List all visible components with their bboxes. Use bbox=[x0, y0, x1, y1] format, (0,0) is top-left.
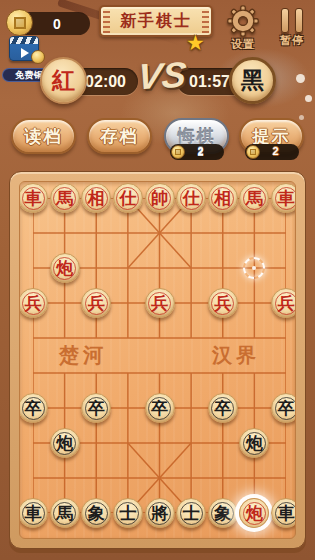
save-game-button[interactable]: 存档 bbox=[87, 118, 152, 154]
load-button-label: 读档 bbox=[25, 125, 63, 148]
load-game-button[interactable]: 读档 bbox=[11, 118, 76, 154]
decor-dot bbox=[305, 95, 312, 102]
piece-label: 相 bbox=[88, 190, 105, 207]
coin-counter[interactable]: 0 bbox=[10, 12, 90, 35]
piece-black-r7c1[interactable]: 卒 bbox=[19, 393, 48, 423]
red-player-piece: 紅 bbox=[40, 57, 87, 104]
play-icon bbox=[21, 48, 29, 58]
red-time-value: 02:00 bbox=[85, 73, 126, 91]
settings-label: 设置 bbox=[221, 37, 265, 52]
piece-red-r3c2[interactable]: 炮 bbox=[50, 253, 80, 283]
piece-label: 炮 bbox=[246, 505, 263, 522]
piece-label: 相 bbox=[214, 190, 231, 207]
river-right-label: 汉界 bbox=[212, 342, 260, 369]
coin-icon bbox=[31, 50, 45, 64]
piece-label: 卒 bbox=[25, 400, 42, 417]
undo-count: 2 bbox=[197, 145, 205, 157]
piece-red-r1c1[interactable]: 車 bbox=[19, 183, 48, 213]
piece-label: 卒 bbox=[214, 400, 231, 417]
piece-black-r7c7[interactable]: 卒 bbox=[208, 393, 238, 423]
piece-red-r1c4[interactable]: 仕 bbox=[113, 183, 143, 213]
decor-dot bbox=[299, 115, 304, 120]
river-band: 楚河 汉界 bbox=[33, 338, 286, 373]
piece-label: 車 bbox=[25, 190, 42, 207]
piece-label: 馬 bbox=[56, 505, 73, 522]
decor-dot bbox=[296, 74, 305, 83]
piece-label: 車 bbox=[278, 190, 295, 207]
piece-red-r4c9[interactable]: 兵 bbox=[271, 288, 296, 318]
piece-black-r7c5[interactable]: 卒 bbox=[145, 393, 175, 423]
red-player-label: 紅 bbox=[52, 65, 75, 96]
piece-black-r10c4[interactable]: 士 bbox=[113, 498, 143, 528]
black-player-label: 黑 bbox=[241, 65, 264, 96]
piece-black-r10c9[interactable]: 車 bbox=[271, 498, 296, 528]
piece-label: 兵 bbox=[278, 295, 295, 312]
undo-move-button[interactable]: 悔棋 2 bbox=[164, 118, 229, 154]
piece-red-r1c7[interactable]: 相 bbox=[208, 183, 238, 213]
app-window: 0 新手棋士 设置 暂停 免费铜钱 bbox=[0, 0, 315, 560]
piece-label: 車 bbox=[278, 505, 295, 522]
piece-label: 炮 bbox=[56, 435, 73, 452]
piece-label: 兵 bbox=[214, 295, 231, 312]
piece-label: 炮 bbox=[246, 435, 263, 452]
piece-label: 兵 bbox=[25, 295, 42, 312]
black-time-value: 01:57 bbox=[189, 73, 230, 91]
piece-red-r1c6[interactable]: 仕 bbox=[176, 183, 206, 213]
black-player-piece: 黑 bbox=[229, 57, 276, 104]
video-clapper-icon bbox=[9, 36, 39, 61]
settings-button[interactable]: 设置 bbox=[221, 5, 265, 54]
piece-red-r4c5[interactable]: 兵 bbox=[145, 288, 175, 318]
piece-label: 士 bbox=[183, 505, 200, 522]
piece-label: 仕 bbox=[183, 190, 200, 207]
piece-black-r10c2[interactable]: 馬 bbox=[50, 498, 80, 528]
piece-black-r10c7[interactable]: 象 bbox=[208, 498, 238, 528]
coin-counter-value: 0 bbox=[53, 16, 61, 32]
piece-label: 馬 bbox=[246, 190, 263, 207]
piece-red-r4c1[interactable]: 兵 bbox=[19, 288, 48, 318]
piece-label: 車 bbox=[25, 505, 42, 522]
undo-cost-badge: 2 bbox=[170, 144, 224, 160]
piece-label: 馬 bbox=[56, 190, 73, 207]
piece-label: 兵 bbox=[88, 295, 105, 312]
star-icon: ★ bbox=[186, 31, 205, 55]
board-surface[interactable]: 楚河 汉界 車馬相仕帥仕相馬車炮兵兵兵兵兵卒卒卒卒卒炮炮車馬象士將士象炮車 bbox=[19, 181, 296, 539]
piece-black-r8c2[interactable]: 炮 bbox=[50, 428, 80, 458]
pause-label: 暂停 bbox=[272, 33, 312, 48]
river-left-label: 楚河 bbox=[59, 342, 107, 369]
piece-black-r7c9[interactable]: 卒 bbox=[271, 393, 296, 423]
piece-red-r1c5[interactable]: 帥 bbox=[145, 183, 175, 213]
piece-label: 卒 bbox=[88, 400, 105, 417]
piece-black-r10c1[interactable]: 車 bbox=[19, 498, 48, 528]
piece-red-r1c9[interactable]: 車 bbox=[271, 183, 296, 213]
piece-black-r10c6[interactable]: 士 bbox=[176, 498, 206, 528]
hint-button[interactable]: 提示 2 bbox=[239, 118, 304, 154]
piece-black-r10c5[interactable]: 將 bbox=[145, 498, 175, 528]
piece-red-r10c8[interactable]: 炮 bbox=[239, 498, 269, 528]
piece-label: 炮 bbox=[56, 260, 73, 277]
coin-icon bbox=[171, 145, 185, 159]
piece-red-r4c7[interactable]: 兵 bbox=[208, 288, 238, 318]
piece-label: 象 bbox=[88, 505, 105, 522]
page-title: 新手棋士 bbox=[120, 11, 192, 32]
piece-red-r1c2[interactable]: 馬 bbox=[50, 183, 80, 213]
coin-icon bbox=[246, 145, 260, 159]
gear-icon bbox=[227, 5, 259, 37]
xiangqi-board-frame: 楚河 汉界 車馬相仕帥仕相馬車炮兵兵兵兵兵卒卒卒卒卒炮炮車馬象士將士象炮車 bbox=[9, 171, 306, 549]
pause-button[interactable]: 暂停 bbox=[272, 5, 312, 54]
piece-label: 卒 bbox=[151, 400, 168, 417]
piece-label: 兵 bbox=[151, 295, 168, 312]
piece-label: 士 bbox=[119, 505, 136, 522]
coin-icon bbox=[6, 9, 33, 36]
piece-black-r10c3[interactable]: 象 bbox=[81, 498, 111, 528]
hint-cost-badge: 2 bbox=[245, 144, 299, 160]
save-button-label: 存档 bbox=[101, 125, 139, 148]
piece-label: 帥 bbox=[151, 190, 168, 207]
vs-label: VS bbox=[135, 54, 189, 99]
piece-label: 將 bbox=[151, 505, 168, 522]
piece-label: 象 bbox=[214, 505, 231, 522]
piece-label: 卒 bbox=[278, 400, 295, 417]
hint-count: 2 bbox=[272, 145, 280, 157]
pause-icon bbox=[272, 5, 312, 33]
piece-label: 仕 bbox=[119, 190, 136, 207]
